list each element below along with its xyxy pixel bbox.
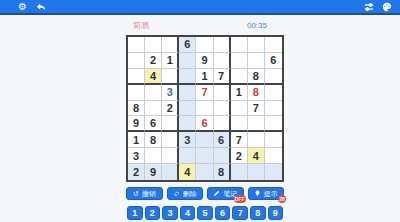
cell-r4c3[interactable]: 3 [162, 85, 179, 101]
cell-r6c5[interactable]: 6 [196, 116, 213, 132]
cell-r8c1[interactable]: 3 [128, 148, 145, 164]
cell-r6c8[interactable] [248, 116, 265, 132]
cell-r9c9[interactable] [265, 164, 282, 180]
cell-r9c8[interactable] [248, 164, 265, 180]
cell-r1c9[interactable] [265, 37, 282, 53]
cell-r9c5[interactable] [196, 164, 213, 180]
cell-r6c4[interactable] [179, 116, 196, 132]
cell-r9c2[interactable]: 9 [145, 164, 162, 180]
numpad-4[interactable]: 4 [180, 206, 196, 220]
notes-off-badge: OFF [234, 195, 246, 203]
game-content: 简易 00:35 6219641783718827966183673242948… [126, 15, 284, 220]
cell-r5c7[interactable] [231, 101, 248, 117]
cell-r9c1[interactable]: 2 [128, 164, 145, 180]
cell-r7c6[interactable]: 6 [214, 132, 231, 148]
cell-r9c4[interactable]: 4 [179, 164, 196, 180]
erase-button[interactable]: 删除 [167, 187, 204, 200]
cell-r2c6[interactable] [214, 53, 231, 69]
cell-r6c6[interactable] [214, 116, 231, 132]
cell-r2c8[interactable] [248, 53, 265, 69]
hint-label: 提示 [264, 189, 278, 199]
cell-r4c9[interactable] [265, 85, 282, 101]
cell-r3c7[interactable] [231, 69, 248, 85]
cell-r8c5[interactable] [196, 148, 213, 164]
cell-r3c5[interactable]: 1 [196, 69, 213, 85]
back-reply-icon[interactable] [35, 1, 46, 12]
eraser-icon [173, 190, 180, 197]
cell-r5c1[interactable]: 8 [128, 101, 145, 117]
cell-r1c8[interactable] [248, 37, 265, 53]
cell-r7c5[interactable] [196, 132, 213, 148]
cell-r4c7[interactable]: 1 [231, 85, 248, 101]
pencil-icon [213, 190, 220, 197]
hint-button[interactable]: 提示 28 [248, 187, 285, 200]
erase-label: 删除 [183, 189, 197, 199]
cell-r1c3[interactable] [162, 37, 179, 53]
cell-r4c2[interactable] [145, 85, 162, 101]
cell-r7c1[interactable]: 1 [128, 132, 145, 148]
cell-r7c9[interactable] [265, 132, 282, 148]
undo-label: 撤销 [142, 189, 156, 199]
cell-r7c2[interactable]: 8 [145, 132, 162, 148]
cell-r9c6[interactable]: 8 [214, 164, 231, 180]
cell-r4c1[interactable] [128, 85, 145, 101]
cell-r9c7[interactable] [231, 164, 248, 180]
cell-r4c8[interactable]: 8 [248, 85, 265, 101]
timer: 00:35 [247, 21, 267, 30]
cell-r4c4[interactable] [179, 85, 196, 101]
cell-r7c7[interactable]: 7 [231, 132, 248, 148]
cell-r1c7[interactable] [231, 37, 248, 53]
cell-r8c7[interactable]: 2 [231, 148, 248, 164]
cell-r4c6[interactable] [214, 85, 231, 101]
top-app-bar: ⚙ [0, 0, 400, 15]
numpad-3[interactable]: 3 [162, 206, 178, 220]
cell-r7c4[interactable]: 3 [179, 132, 196, 148]
hint-count-badge: 28 [278, 195, 286, 203]
numpad-9[interactable]: 9 [268, 206, 284, 220]
cell-r5c6[interactable] [214, 101, 231, 117]
lightbulb-icon [254, 190, 261, 197]
cell-r3c1[interactable] [128, 69, 145, 85]
cell-r3c6[interactable]: 7 [214, 69, 231, 85]
cell-r6c7[interactable] [231, 116, 248, 132]
cell-r5c3[interactable]: 2 [162, 101, 179, 117]
number-pad: 1 2 3 4 5 6 7 8 9 [126, 206, 284, 220]
status-bar: 简易 00:35 [126, 15, 284, 35]
cell-r5c5[interactable] [196, 101, 213, 117]
cell-r7c8[interactable] [248, 132, 265, 148]
cell-r5c8[interactable]: 7 [248, 101, 265, 117]
cell-r2c9[interactable]: 6 [265, 53, 282, 69]
cell-r6c1[interactable]: 9 [128, 116, 145, 132]
cell-r8c6[interactable] [214, 148, 231, 164]
tune-filter-icon[interactable] [363, 1, 374, 12]
cell-r7c3[interactable] [162, 132, 179, 148]
cell-r5c9[interactable] [265, 101, 282, 117]
cell-r8c3[interactable] [162, 148, 179, 164]
numpad-7[interactable]: 7 [232, 206, 248, 220]
numpad-2[interactable]: 2 [145, 206, 161, 220]
cell-r8c9[interactable] [265, 148, 282, 164]
cell-r1c1[interactable] [128, 37, 145, 53]
cell-r6c9[interactable] [265, 116, 282, 132]
cell-r5c2[interactable] [145, 101, 162, 117]
cell-r5c4[interactable] [179, 101, 196, 117]
cell-r8c2[interactable] [145, 148, 162, 164]
cell-r2c4[interactable] [179, 53, 196, 69]
undo-button[interactable]: ↺ 撤销 [126, 187, 163, 200]
cell-r1c5[interactable] [196, 37, 213, 53]
cell-r3c9[interactable] [265, 69, 282, 85]
cell-r2c3[interactable]: 1 [162, 53, 179, 69]
cell-r3c2[interactable]: 4 [145, 69, 162, 85]
cell-r3c3[interactable] [162, 69, 179, 85]
undo-icon: ↺ [133, 190, 139, 197]
settings-gear-icon[interactable]: ⚙ [17, 1, 28, 12]
numpad-8[interactable]: 8 [250, 206, 266, 220]
cell-r9c3[interactable] [162, 164, 179, 180]
cell-r2c5[interactable]: 9 [196, 53, 213, 69]
cell-r2c2[interactable]: 2 [145, 53, 162, 69]
cell-r1c6[interactable] [214, 37, 231, 53]
numpad-1[interactable]: 1 [127, 206, 143, 220]
numpad-5[interactable]: 5 [197, 206, 213, 220]
cell-r4c5[interactable]: 7 [196, 85, 213, 101]
cell-r2c7[interactable] [231, 53, 248, 69]
cell-r3c8[interactable]: 8 [248, 69, 265, 85]
difficulty-label: 简易 [133, 20, 149, 31]
toolbar: ↺ 撤销 删除 笔记 OFF 提示 28 [126, 187, 284, 200]
notes-button[interactable]: 笔记 OFF [207, 187, 244, 200]
sudoku-grid: 6219641783718827966183673242948 [126, 35, 284, 182]
cell-r8c4[interactable] [179, 148, 196, 164]
cell-r6c3[interactable] [162, 116, 179, 132]
cell-r2c1[interactable] [128, 53, 145, 69]
palette-icon[interactable] [381, 1, 392, 12]
numpad-6[interactable]: 6 [215, 206, 231, 220]
cell-r1c2[interactable] [145, 37, 162, 53]
cell-r6c2[interactable]: 6 [145, 116, 162, 132]
cell-r8c8[interactable]: 4 [248, 148, 265, 164]
cell-r1c4[interactable]: 6 [179, 37, 196, 53]
cell-r3c4[interactable] [179, 69, 196, 85]
